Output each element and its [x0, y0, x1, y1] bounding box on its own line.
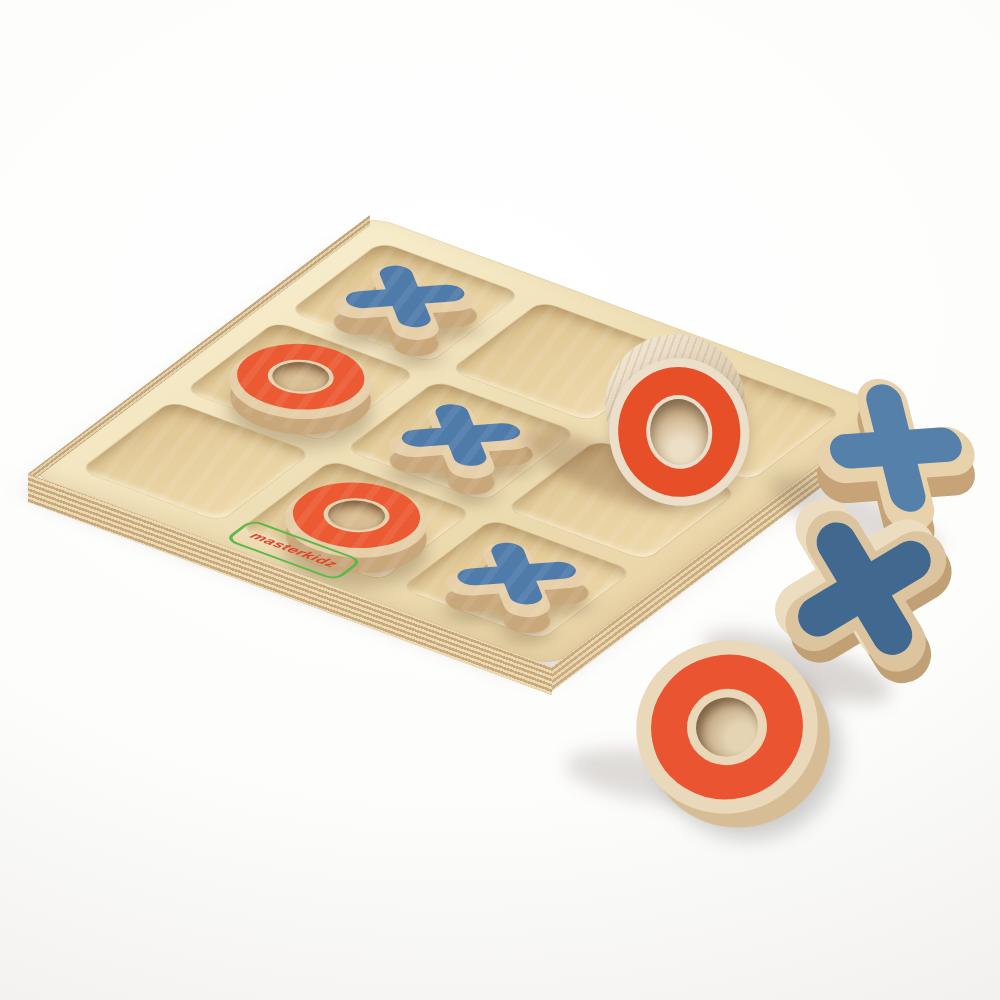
o-piece-hole: [317, 494, 396, 535]
o-piece-hole: [646, 395, 713, 468]
o-piece-loose[interactable]: [620, 624, 834, 831]
o-piece-orange-ring: [638, 641, 817, 814]
o-piece-orange-ring: [610, 359, 749, 505]
o-piece-hole: [261, 356, 340, 397]
o-piece-hole: [691, 692, 764, 763]
o-piece-standing[interactable]: [590, 324, 765, 521]
scene: masterkidz: [0, 0, 1000, 1000]
